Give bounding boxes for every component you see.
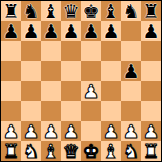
square-f8[interactable]: ♝	[101, 1, 121, 21]
square-d7[interactable]: ♟	[61, 21, 81, 41]
square-h1[interactable]: ♜	[141, 141, 161, 161]
square-a6[interactable]	[1, 41, 21, 61]
square-d3[interactable]	[61, 101, 81, 121]
square-c2[interactable]: ♟	[41, 121, 61, 141]
square-e5[interactable]	[81, 61, 101, 81]
square-a4[interactable]	[1, 81, 21, 101]
black-pawn-piece[interactable]: ♟	[2, 21, 19, 41]
square-b7[interactable]: ♟	[21, 21, 41, 41]
square-d4[interactable]	[61, 81, 81, 101]
square-a8[interactable]: ♜	[1, 1, 21, 21]
square-h7[interactable]: ♟	[141, 21, 161, 41]
square-a5[interactable]	[1, 61, 21, 81]
square-e4[interactable]: ♟	[81, 81, 101, 101]
black-pawn-piece[interactable]: ♟	[122, 61, 139, 81]
white-bishop-piece[interactable]: ♝	[42, 141, 59, 161]
square-h6[interactable]	[141, 41, 161, 61]
square-c3[interactable]	[41, 101, 61, 121]
square-h5[interactable]	[141, 61, 161, 81]
square-f5[interactable]	[101, 61, 121, 81]
black-knight-piece[interactable]: ♞	[122, 1, 139, 21]
square-g7[interactable]	[121, 21, 141, 41]
square-g1[interactable]: ♞	[121, 141, 141, 161]
square-f2[interactable]: ♟	[101, 121, 121, 141]
square-f3[interactable]	[101, 101, 121, 121]
square-c6[interactable]	[41, 41, 61, 61]
square-g8[interactable]: ♞	[121, 1, 141, 21]
square-d1[interactable]: ♛	[61, 141, 81, 161]
white-rook-piece[interactable]: ♜	[142, 141, 159, 161]
white-pawn-piece[interactable]: ♟	[102, 121, 119, 141]
black-pawn-piece[interactable]: ♟	[142, 21, 159, 41]
square-e2[interactable]	[81, 121, 101, 141]
white-pawn-piece[interactable]: ♟	[122, 121, 139, 141]
black-pawn-piece[interactable]: ♟	[82, 21, 99, 41]
black-pawn-piece[interactable]: ♟	[22, 21, 39, 41]
white-pawn-piece[interactable]: ♟	[142, 121, 159, 141]
square-g6[interactable]	[121, 41, 141, 61]
square-g2[interactable]: ♟	[121, 121, 141, 141]
square-b4[interactable]	[21, 81, 41, 101]
square-a7[interactable]: ♟	[1, 21, 21, 41]
square-g5[interactable]: ♟	[121, 61, 141, 81]
square-g4[interactable]	[121, 81, 141, 101]
square-b5[interactable]	[21, 61, 41, 81]
square-b3[interactable]	[21, 101, 41, 121]
square-e8[interactable]: ♚	[81, 1, 101, 21]
square-c1[interactable]: ♝	[41, 141, 61, 161]
black-king-piece[interactable]: ♚	[82, 1, 99, 21]
white-pawn-piece[interactable]: ♟	[62, 121, 79, 141]
square-b1[interactable]: ♞	[21, 141, 41, 161]
square-e6[interactable]	[81, 41, 101, 61]
chess-board: ♜♞♝♛♚♝♞♜♟♟♟♟♟♟♟♟♟♟♟♟♟♟♟♟♜♞♝♛♚♝♞♜	[0, 0, 162, 162]
black-bishop-piece[interactable]: ♝	[42, 1, 59, 21]
white-pawn-piece[interactable]: ♟	[22, 121, 39, 141]
square-g3[interactable]	[121, 101, 141, 121]
square-f4[interactable]	[101, 81, 121, 101]
square-e3[interactable]	[81, 101, 101, 121]
square-c8[interactable]: ♝	[41, 1, 61, 21]
white-pawn-piece[interactable]: ♟	[2, 121, 19, 141]
square-b8[interactable]: ♞	[21, 1, 41, 21]
square-c4[interactable]	[41, 81, 61, 101]
square-c7[interactable]: ♟	[41, 21, 61, 41]
square-h2[interactable]: ♟	[141, 121, 161, 141]
black-bishop-piece[interactable]: ♝	[102, 1, 119, 21]
white-knight-piece[interactable]: ♞	[22, 141, 39, 161]
white-queen-piece[interactable]: ♛	[62, 141, 79, 161]
square-a1[interactable]: ♜	[1, 141, 21, 161]
square-h4[interactable]	[141, 81, 161, 101]
white-king-piece[interactable]: ♚	[82, 141, 99, 161]
black-pawn-piece[interactable]: ♟	[102, 21, 119, 41]
black-knight-piece[interactable]: ♞	[22, 1, 39, 21]
square-h8[interactable]: ♜	[141, 1, 161, 21]
black-pawn-piece[interactable]: ♟	[42, 21, 59, 41]
square-d8[interactable]: ♛	[61, 1, 81, 21]
square-b6[interactable]	[21, 41, 41, 61]
square-d5[interactable]	[61, 61, 81, 81]
white-rook-piece[interactable]: ♜	[2, 141, 19, 161]
square-f1[interactable]: ♝	[101, 141, 121, 161]
square-a2[interactable]: ♟	[1, 121, 21, 141]
square-f6[interactable]	[101, 41, 121, 61]
white-pawn-piece[interactable]: ♟	[42, 121, 59, 141]
square-e7[interactable]: ♟	[81, 21, 101, 41]
white-knight-piece[interactable]: ♞	[122, 141, 139, 161]
square-e1[interactable]: ♚	[81, 141, 101, 161]
square-c5[interactable]	[41, 61, 61, 81]
white-pawn-piece[interactable]: ♟	[82, 81, 99, 101]
square-f7[interactable]: ♟	[101, 21, 121, 41]
white-bishop-piece[interactable]: ♝	[102, 141, 119, 161]
black-pawn-piece[interactable]: ♟	[62, 21, 79, 41]
square-h3[interactable]	[141, 101, 161, 121]
square-a3[interactable]	[1, 101, 21, 121]
square-b2[interactable]: ♟	[21, 121, 41, 141]
black-queen-piece[interactable]: ♛	[62, 1, 79, 21]
black-rook-piece[interactable]: ♜	[2, 1, 19, 21]
square-d6[interactable]	[61, 41, 81, 61]
black-rook-piece[interactable]: ♜	[142, 1, 159, 21]
square-d2[interactable]: ♟	[61, 121, 81, 141]
